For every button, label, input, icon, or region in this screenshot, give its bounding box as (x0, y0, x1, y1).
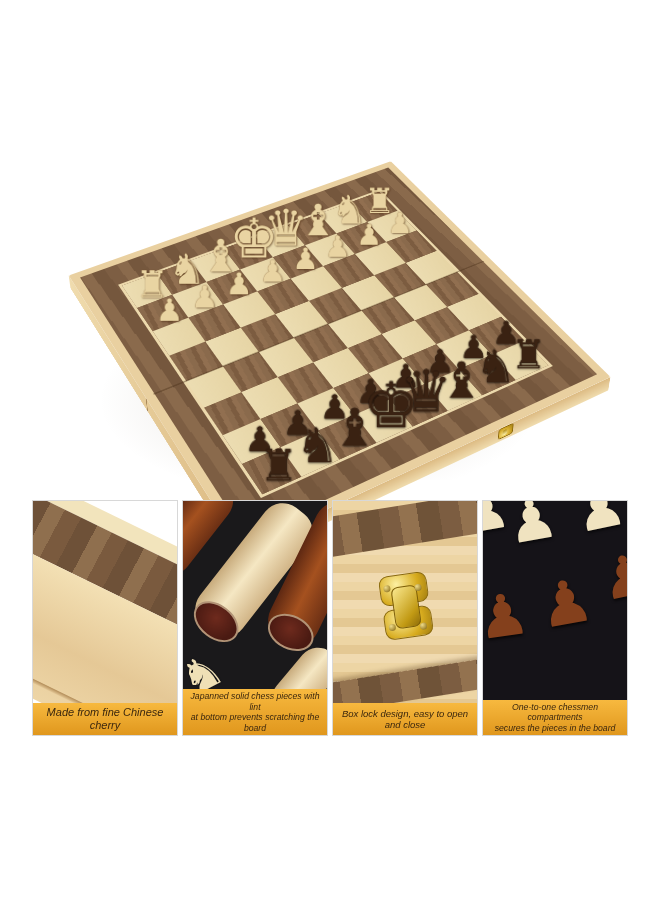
compartments-photo: ♟ ♟ ♟ ♟ ♟ ♟ (483, 501, 627, 700)
panel-material: Made from fine Chinese cherry (32, 500, 178, 736)
board-3d-scene: ♜♞♝♚♛♝♞♜♟♟♟♟♟♟♟♟♟♟♟♟♟♟♟♟♜♞♝♚♛♝♞♜ (0, 0, 660, 495)
piece-white-pawn: ♟ (324, 232, 350, 261)
piece-black-rook: ♜ (512, 335, 547, 374)
pawn-icon: ♟ (503, 501, 562, 553)
panel-caption: Box lock design, easy to open and close (333, 703, 477, 735)
pawn-icon: ♟ (534, 569, 597, 637)
piece-black-rook: ♜ (260, 444, 299, 487)
walnut-strip (333, 501, 477, 558)
panel-compartments: ♟ ♟ ♟ ♟ ♟ ♟ One-to-one chessmen compartm… (482, 500, 628, 736)
caption-text: Box lock design, easy to open and close (336, 708, 474, 731)
board-grid: ♜♞♝♚♛♝♞♜♟♟♟♟♟♟♟♟♟♟♟♟♟♟♟♟♜♞♝♚♛♝♞♜ (118, 190, 553, 498)
caption-text: Made from fine Chinese cherry (36, 706, 174, 732)
piece-white-pawn: ♟ (191, 282, 218, 313)
square: ♟ (137, 295, 188, 332)
piece-white-pawn: ♟ (259, 257, 286, 287)
walnut-frame: ♜♞♝♚♛♝♞♜♟♟♟♟♟♟♟♟♟♟♟♟♟♟♟♟♜♞♝♚♛♝♞♜ (80, 168, 597, 537)
piece-white-pawn: ♟ (225, 269, 252, 299)
panel-caption: Japanned solid chess pieces with lint at… (183, 689, 327, 735)
square (275, 301, 328, 338)
box-corner (33, 501, 177, 703)
panel-lock: Box lock design, easy to open and close (332, 500, 478, 736)
knight-icon: ♞ (183, 644, 231, 689)
panel-caption: One-to-one chessmen compartments secures… (483, 700, 627, 735)
walnut-strip (333, 658, 477, 703)
box-lock-photo (333, 501, 477, 703)
piece-black-knight: ♞ (296, 422, 339, 470)
box-corner-photo (33, 501, 177, 703)
chess-board: ♜♞♝♚♛♝♞♜♟♟♟♟♟♟♟♟♟♟♟♟♟♟♟♟♜♞♝♚♛♝♞♜ (69, 161, 611, 549)
piece-white-pawn: ♟ (292, 244, 319, 274)
piece-white-pawn: ♟ (356, 221, 382, 250)
chess-pieces-photo: ♞ (183, 501, 327, 689)
caption-text: Japanned solid chess pieces with lint at… (186, 691, 324, 733)
piece-white-pawn: ♟ (155, 295, 183, 326)
product-page: { "game": "chess", "position": "rnbqkbnr… (0, 0, 660, 900)
piece-white-pawn: ♟ (387, 209, 413, 238)
pawn-icon: ♟ (483, 584, 533, 649)
brass-latch-icon (498, 423, 514, 440)
product-photo: ♜♞♝♚♛♝♞♜♟♟♟♟♟♟♟♟♟♟♟♟♟♟♟♟♜♞♝♚♛♝♞♜ (0, 0, 660, 495)
feature-panels: Made from fine Chinese cherry ♞ Japanned… (32, 500, 632, 736)
panel-caption: Made from fine Chinese cherry (33, 703, 177, 735)
pawn-icon: ♟ (570, 501, 627, 542)
brass-lock-icon (372, 570, 438, 641)
pawn-icon: ♟ (596, 544, 627, 609)
caption-text: One-to-one chessmen compartments secures… (486, 702, 624, 733)
panel-pieces: ♞ Japanned solid chess pieces with lint … (182, 500, 328, 736)
